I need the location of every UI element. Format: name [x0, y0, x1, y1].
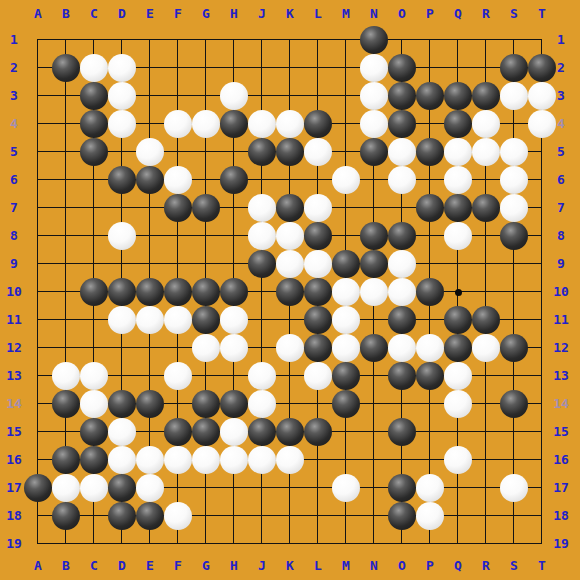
intersection-M3[interactable] [332, 82, 360, 110]
intersection-N13[interactable] [360, 362, 388, 390]
intersection-Q11[interactable] [444, 306, 472, 334]
intersection-J3[interactable] [248, 82, 276, 110]
intersection-D15[interactable] [108, 418, 136, 446]
intersection-L8[interactable] [304, 222, 332, 250]
intersection-G13[interactable] [192, 362, 220, 390]
intersection-M6[interactable] [332, 166, 360, 194]
intersection-B15[interactable] [52, 418, 80, 446]
intersection-J6[interactable] [248, 166, 276, 194]
intersection-C3[interactable] [80, 82, 108, 110]
intersection-B13[interactable] [52, 362, 80, 390]
intersection-K3[interactable] [276, 82, 304, 110]
intersection-A15[interactable] [24, 418, 52, 446]
intersection-S17[interactable] [500, 474, 528, 502]
intersection-B1[interactable] [52, 26, 80, 54]
intersection-M5[interactable] [332, 138, 360, 166]
intersection-M12[interactable] [332, 334, 360, 362]
intersection-S6[interactable] [500, 166, 528, 194]
intersection-N3[interactable] [360, 82, 388, 110]
intersection-G10[interactable] [192, 278, 220, 306]
intersection-E12[interactable] [136, 334, 164, 362]
intersection-K8[interactable] [276, 222, 304, 250]
intersection-L17[interactable] [304, 474, 332, 502]
intersection-C7[interactable] [80, 194, 108, 222]
intersection-H16[interactable] [220, 446, 248, 474]
intersection-N1[interactable] [360, 26, 388, 54]
intersection-N7[interactable] [360, 194, 388, 222]
intersection-C17[interactable] [80, 474, 108, 502]
intersection-F10[interactable] [164, 278, 192, 306]
intersection-A8[interactable] [24, 222, 52, 250]
intersection-H4[interactable] [220, 110, 248, 138]
intersection-L2[interactable] [304, 54, 332, 82]
intersection-A17[interactable] [24, 474, 52, 502]
intersection-P3[interactable] [416, 82, 444, 110]
intersection-G11[interactable] [192, 306, 220, 334]
intersection-O14[interactable] [388, 390, 416, 418]
intersection-S15[interactable] [500, 418, 528, 446]
intersection-S13[interactable] [500, 362, 528, 390]
intersection-J15[interactable] [248, 418, 276, 446]
intersection-M7[interactable] [332, 194, 360, 222]
intersection-M16[interactable] [332, 446, 360, 474]
intersection-R14[interactable] [472, 390, 500, 418]
intersection-C4[interactable] [80, 110, 108, 138]
intersection-P12[interactable] [416, 334, 444, 362]
intersection-E4[interactable] [136, 110, 164, 138]
intersection-J10[interactable] [248, 278, 276, 306]
intersection-E13[interactable] [136, 362, 164, 390]
intersection-N18[interactable] [360, 502, 388, 530]
intersection-E17[interactable] [136, 474, 164, 502]
intersection-E10[interactable] [136, 278, 164, 306]
intersection-N10[interactable] [360, 278, 388, 306]
intersection-H18[interactable] [220, 502, 248, 530]
intersection-Q1[interactable] [444, 26, 472, 54]
intersection-N12[interactable] [360, 334, 388, 362]
intersection-E16[interactable] [136, 446, 164, 474]
intersection-O5[interactable] [388, 138, 416, 166]
intersection-A1[interactable] [24, 26, 52, 54]
intersection-F15[interactable] [164, 418, 192, 446]
intersection-K1[interactable] [276, 26, 304, 54]
intersection-Q7[interactable] [444, 194, 472, 222]
intersection-G12[interactable] [192, 334, 220, 362]
intersection-O7[interactable] [388, 194, 416, 222]
intersection-E14[interactable] [136, 390, 164, 418]
intersection-F12[interactable] [164, 334, 192, 362]
intersection-F1[interactable] [164, 26, 192, 54]
intersection-H17[interactable] [220, 474, 248, 502]
intersection-K6[interactable] [276, 166, 304, 194]
intersection-Q8[interactable] [444, 222, 472, 250]
intersection-D10[interactable] [108, 278, 136, 306]
intersection-L14[interactable] [304, 390, 332, 418]
intersection-M4[interactable] [332, 110, 360, 138]
intersection-P1[interactable] [416, 26, 444, 54]
intersection-H14[interactable] [220, 390, 248, 418]
intersection-B16[interactable] [52, 446, 80, 474]
intersection-M11[interactable] [332, 306, 360, 334]
intersection-F18[interactable] [164, 502, 192, 530]
intersection-C12[interactable] [80, 334, 108, 362]
intersection-D13[interactable] [108, 362, 136, 390]
intersection-L16[interactable] [304, 446, 332, 474]
intersection-Q12[interactable] [444, 334, 472, 362]
intersection-S10[interactable] [500, 278, 528, 306]
intersection-A9[interactable] [24, 250, 52, 278]
intersection-B18[interactable] [52, 502, 80, 530]
intersection-C11[interactable] [80, 306, 108, 334]
intersection-R12[interactable] [472, 334, 500, 362]
intersection-F17[interactable] [164, 474, 192, 502]
intersection-R11[interactable] [472, 306, 500, 334]
intersection-C9[interactable] [80, 250, 108, 278]
intersection-S4[interactable] [500, 110, 528, 138]
intersection-C2[interactable] [80, 54, 108, 82]
intersection-G6[interactable] [192, 166, 220, 194]
intersection-R15[interactable] [472, 418, 500, 446]
intersection-J2[interactable] [248, 54, 276, 82]
intersection-D8[interactable] [108, 222, 136, 250]
intersection-M14[interactable] [332, 390, 360, 418]
intersection-O18[interactable] [388, 502, 416, 530]
intersection-H9[interactable] [220, 250, 248, 278]
intersection-A4[interactable] [24, 110, 52, 138]
intersection-B5[interactable] [52, 138, 80, 166]
intersection-P8[interactable] [416, 222, 444, 250]
intersection-M15[interactable] [332, 418, 360, 446]
intersection-O15[interactable] [388, 418, 416, 446]
intersection-R13[interactable] [472, 362, 500, 390]
intersection-F3[interactable] [164, 82, 192, 110]
intersection-G4[interactable] [192, 110, 220, 138]
intersection-B3[interactable] [52, 82, 80, 110]
intersection-P2[interactable] [416, 54, 444, 82]
intersection-C5[interactable] [80, 138, 108, 166]
intersection-R4[interactable] [472, 110, 500, 138]
intersection-H1[interactable] [220, 26, 248, 54]
intersection-G3[interactable] [192, 82, 220, 110]
intersection-P18[interactable] [416, 502, 444, 530]
intersection-C15[interactable] [80, 418, 108, 446]
intersection-A3[interactable] [24, 82, 52, 110]
intersection-D7[interactable] [108, 194, 136, 222]
intersection-J14[interactable] [248, 390, 276, 418]
intersection-M1[interactable] [332, 26, 360, 54]
intersection-O16[interactable] [388, 446, 416, 474]
intersection-E15[interactable] [136, 418, 164, 446]
intersection-D6[interactable] [108, 166, 136, 194]
intersection-M17[interactable] [332, 474, 360, 502]
intersection-A14[interactable] [24, 390, 52, 418]
intersection-C16[interactable] [80, 446, 108, 474]
intersection-S3[interactable] [500, 82, 528, 110]
intersection-O17[interactable] [388, 474, 416, 502]
intersection-S8[interactable] [500, 222, 528, 250]
intersection-O8[interactable] [388, 222, 416, 250]
intersection-R5[interactable] [472, 138, 500, 166]
intersection-R18[interactable] [472, 502, 500, 530]
intersection-O3[interactable] [388, 82, 416, 110]
intersection-L4[interactable] [304, 110, 332, 138]
intersection-N14[interactable] [360, 390, 388, 418]
intersection-B10[interactable] [52, 278, 80, 306]
intersection-F4[interactable] [164, 110, 192, 138]
intersection-J13[interactable] [248, 362, 276, 390]
intersection-Q17[interactable] [444, 474, 472, 502]
intersection-B8[interactable] [52, 222, 80, 250]
intersection-P15[interactable] [416, 418, 444, 446]
intersection-G16[interactable] [192, 446, 220, 474]
intersection-D4[interactable] [108, 110, 136, 138]
intersection-F14[interactable] [164, 390, 192, 418]
intersection-C1[interactable] [80, 26, 108, 54]
intersection-G7[interactable] [192, 194, 220, 222]
intersection-L6[interactable] [304, 166, 332, 194]
intersection-H7[interactable] [220, 194, 248, 222]
intersection-K17[interactable] [276, 474, 304, 502]
intersection-L9[interactable] [304, 250, 332, 278]
intersection-Q18[interactable] [444, 502, 472, 530]
intersection-G17[interactable] [192, 474, 220, 502]
intersection-N17[interactable] [360, 474, 388, 502]
intersection-H15[interactable] [220, 418, 248, 446]
intersection-O10[interactable] [388, 278, 416, 306]
intersection-B7[interactable] [52, 194, 80, 222]
intersection-D12[interactable] [108, 334, 136, 362]
intersection-L1[interactable] [304, 26, 332, 54]
intersection-E8[interactable] [136, 222, 164, 250]
intersection-E11[interactable] [136, 306, 164, 334]
intersection-K18[interactable] [276, 502, 304, 530]
intersection-F9[interactable] [164, 250, 192, 278]
intersection-S2[interactable] [500, 54, 528, 82]
intersection-P5[interactable] [416, 138, 444, 166]
intersection-S18[interactable] [500, 502, 528, 530]
intersection-S1[interactable] [500, 26, 528, 54]
intersection-D11[interactable] [108, 306, 136, 334]
intersection-J17[interactable] [248, 474, 276, 502]
intersection-F11[interactable] [164, 306, 192, 334]
intersection-D5[interactable] [108, 138, 136, 166]
intersection-F16[interactable] [164, 446, 192, 474]
intersection-P16[interactable] [416, 446, 444, 474]
intersection-L15[interactable] [304, 418, 332, 446]
intersection-F8[interactable] [164, 222, 192, 250]
intersection-O6[interactable] [388, 166, 416, 194]
intersection-Q9[interactable] [444, 250, 472, 278]
intersection-L10[interactable] [304, 278, 332, 306]
intersection-C8[interactable] [80, 222, 108, 250]
intersection-F6[interactable] [164, 166, 192, 194]
intersection-E9[interactable] [136, 250, 164, 278]
intersection-M9[interactable] [332, 250, 360, 278]
intersection-Q15[interactable] [444, 418, 472, 446]
intersection-N4[interactable] [360, 110, 388, 138]
intersection-G1[interactable] [192, 26, 220, 54]
intersection-S9[interactable] [500, 250, 528, 278]
intersection-N9[interactable] [360, 250, 388, 278]
intersection-G5[interactable] [192, 138, 220, 166]
intersection-N2[interactable] [360, 54, 388, 82]
intersection-F13[interactable] [164, 362, 192, 390]
intersection-A7[interactable] [24, 194, 52, 222]
intersection-S16[interactable] [500, 446, 528, 474]
intersection-J1[interactable] [248, 26, 276, 54]
intersection-O13[interactable] [388, 362, 416, 390]
intersection-S5[interactable] [500, 138, 528, 166]
intersection-H10[interactable] [220, 278, 248, 306]
intersection-R9[interactable] [472, 250, 500, 278]
intersection-H2[interactable] [220, 54, 248, 82]
intersection-Q3[interactable] [444, 82, 472, 110]
intersection-H6[interactable] [220, 166, 248, 194]
intersection-Q16[interactable] [444, 446, 472, 474]
intersection-Q14[interactable] [444, 390, 472, 418]
intersection-K13[interactable] [276, 362, 304, 390]
intersection-A18[interactable] [24, 502, 52, 530]
intersection-N15[interactable] [360, 418, 388, 446]
intersection-N6[interactable] [360, 166, 388, 194]
intersection-C10[interactable] [80, 278, 108, 306]
intersection-B9[interactable] [52, 250, 80, 278]
intersection-M18[interactable] [332, 502, 360, 530]
intersection-F7[interactable] [164, 194, 192, 222]
intersection-Q5[interactable] [444, 138, 472, 166]
intersection-R8[interactable] [472, 222, 500, 250]
intersection-J7[interactable] [248, 194, 276, 222]
intersection-R6[interactable] [472, 166, 500, 194]
intersection-P4[interactable] [416, 110, 444, 138]
intersection-G2[interactable] [192, 54, 220, 82]
intersection-H11[interactable] [220, 306, 248, 334]
intersection-B6[interactable] [52, 166, 80, 194]
intersection-O2[interactable] [388, 54, 416, 82]
intersection-E1[interactable] [136, 26, 164, 54]
intersection-C13[interactable] [80, 362, 108, 390]
intersection-Q4[interactable] [444, 110, 472, 138]
intersection-D18[interactable] [108, 502, 136, 530]
intersection-A5[interactable] [24, 138, 52, 166]
intersection-A12[interactable] [24, 334, 52, 362]
intersection-P13[interactable] [416, 362, 444, 390]
intersection-F2[interactable] [164, 54, 192, 82]
intersection-K11[interactable] [276, 306, 304, 334]
intersection-J11[interactable] [248, 306, 276, 334]
intersection-R7[interactable] [472, 194, 500, 222]
intersection-C14[interactable] [80, 390, 108, 418]
intersection-D9[interactable] [108, 250, 136, 278]
intersection-R2[interactable] [472, 54, 500, 82]
intersection-K7[interactable] [276, 194, 304, 222]
intersection-C6[interactable] [80, 166, 108, 194]
intersection-J5[interactable] [248, 138, 276, 166]
intersection-B2[interactable] [52, 54, 80, 82]
intersection-L12[interactable] [304, 334, 332, 362]
intersection-K9[interactable] [276, 250, 304, 278]
intersection-M8[interactable] [332, 222, 360, 250]
intersection-Q10[interactable] [444, 278, 472, 306]
intersection-E3[interactable] [136, 82, 164, 110]
intersection-A11[interactable] [24, 306, 52, 334]
intersection-P17[interactable] [416, 474, 444, 502]
intersection-D3[interactable] [108, 82, 136, 110]
intersection-K16[interactable] [276, 446, 304, 474]
intersection-K5[interactable] [276, 138, 304, 166]
intersection-J16[interactable] [248, 446, 276, 474]
intersection-B12[interactable] [52, 334, 80, 362]
intersection-C18[interactable] [80, 502, 108, 530]
intersection-A13[interactable] [24, 362, 52, 390]
intersection-A6[interactable] [24, 166, 52, 194]
intersection-S7[interactable] [500, 194, 528, 222]
intersection-J12[interactable] [248, 334, 276, 362]
intersection-A10[interactable] [24, 278, 52, 306]
intersection-E2[interactable] [136, 54, 164, 82]
intersection-E18[interactable] [136, 502, 164, 530]
intersection-O9[interactable] [388, 250, 416, 278]
intersection-L5[interactable] [304, 138, 332, 166]
intersection-G18[interactable] [192, 502, 220, 530]
intersection-R10[interactable] [472, 278, 500, 306]
intersection-S12[interactable] [500, 334, 528, 362]
intersection-J8[interactable] [248, 222, 276, 250]
intersection-J4[interactable] [248, 110, 276, 138]
intersection-L3[interactable] [304, 82, 332, 110]
intersection-H3[interactable] [220, 82, 248, 110]
intersection-N5[interactable] [360, 138, 388, 166]
intersection-G15[interactable] [192, 418, 220, 446]
intersection-J9[interactable] [248, 250, 276, 278]
intersection-K2[interactable] [276, 54, 304, 82]
intersection-P11[interactable] [416, 306, 444, 334]
intersection-P10[interactable] [416, 278, 444, 306]
intersection-S14[interactable] [500, 390, 528, 418]
intersection-R16[interactable] [472, 446, 500, 474]
intersection-E6[interactable] [136, 166, 164, 194]
intersection-G9[interactable] [192, 250, 220, 278]
intersection-D17[interactable] [108, 474, 136, 502]
intersection-P7[interactable] [416, 194, 444, 222]
intersection-A2[interactable] [24, 54, 52, 82]
intersection-B14[interactable] [52, 390, 80, 418]
intersection-H13[interactable] [220, 362, 248, 390]
intersection-A16[interactable] [24, 446, 52, 474]
intersection-R1[interactable] [472, 26, 500, 54]
intersection-M13[interactable] [332, 362, 360, 390]
intersection-H5[interactable] [220, 138, 248, 166]
intersection-E7[interactable] [136, 194, 164, 222]
intersection-R17[interactable] [472, 474, 500, 502]
intersection-L13[interactable] [304, 362, 332, 390]
intersection-G8[interactable] [192, 222, 220, 250]
intersection-H8[interactable] [220, 222, 248, 250]
intersection-K14[interactable] [276, 390, 304, 418]
intersection-S11[interactable] [500, 306, 528, 334]
intersection-M2[interactable] [332, 54, 360, 82]
intersection-R3[interactable] [472, 82, 500, 110]
intersection-P14[interactable] [416, 390, 444, 418]
intersection-K15[interactable] [276, 418, 304, 446]
intersection-L11[interactable] [304, 306, 332, 334]
intersection-L18[interactable] [304, 502, 332, 530]
intersection-Q2[interactable] [444, 54, 472, 82]
intersection-J18[interactable] [248, 502, 276, 530]
intersection-G14[interactable] [192, 390, 220, 418]
intersection-M10[interactable] [332, 278, 360, 306]
intersection-N16[interactable] [360, 446, 388, 474]
